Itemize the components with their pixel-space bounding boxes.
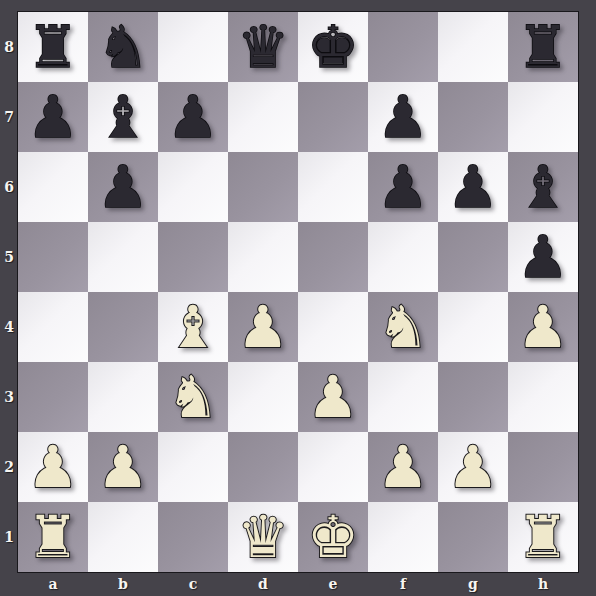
chess-diagram: ♜♞♛♚♜♟♝♟♟♟♟♟♝♟♝♟♞♟♞♟♟♟♟♟♜♛♚♜ 87654321 ab… [0,0,596,596]
square-c6[interactable] [158,152,228,222]
square-a5[interactable] [18,222,88,292]
square-h5[interactable]: ♟ [508,222,578,292]
piece-black-pawn[interactable]: ♟ [377,152,429,222]
square-b5[interactable] [88,222,158,292]
piece-black-pawn[interactable]: ♟ [377,82,429,152]
square-c3[interactable]: ♞ [158,362,228,432]
square-e7[interactable] [298,82,368,152]
file-label-a: a [48,576,57,592]
square-e8[interactable]: ♚ [298,12,368,82]
square-g4[interactable] [438,292,508,362]
square-b2[interactable]: ♟ [88,432,158,502]
square-d6[interactable] [228,152,298,222]
square-a4[interactable] [18,292,88,362]
file-labels: abcdefgh [18,572,578,596]
square-b4[interactable] [88,292,158,362]
square-e2[interactable] [298,432,368,502]
piece-black-king[interactable]: ♚ [307,12,359,82]
file-label-e: e [329,576,338,592]
square-d7[interactable] [228,82,298,152]
square-h7[interactable] [508,82,578,152]
square-g7[interactable] [438,82,508,152]
square-h1[interactable]: ♜ [508,502,578,572]
rank-label-5: 5 [4,249,14,265]
piece-white-pawn[interactable]: ♟ [447,432,499,502]
piece-black-pawn[interactable]: ♟ [517,222,569,292]
piece-black-rook[interactable]: ♜ [517,12,569,82]
square-h6[interactable]: ♝ [508,152,578,222]
piece-white-pawn[interactable]: ♟ [27,432,79,502]
square-f4[interactable]: ♞ [368,292,438,362]
piece-black-bishop[interactable]: ♝ [517,152,569,222]
piece-white-rook[interactable]: ♜ [517,502,569,572]
rank-label-3: 3 [4,389,14,405]
square-d2[interactable] [228,432,298,502]
square-g6[interactable]: ♟ [438,152,508,222]
rank-label-8: 8 [4,39,14,55]
piece-black-knight[interactable]: ♞ [97,12,149,82]
square-f2[interactable]: ♟ [368,432,438,502]
file-label-h: h [538,576,548,592]
square-e3[interactable]: ♟ [298,362,368,432]
file-label-g: g [468,576,478,592]
rank-labels: 87654321 [0,12,18,572]
square-b8[interactable]: ♞ [88,12,158,82]
rank-label-6: 6 [4,179,14,195]
square-h8[interactable]: ♜ [508,12,578,82]
square-f6[interactable]: ♟ [368,152,438,222]
piece-white-knight[interactable]: ♞ [377,292,429,362]
square-g5[interactable] [438,222,508,292]
square-a7[interactable]: ♟ [18,82,88,152]
piece-white-pawn[interactable]: ♟ [307,362,359,432]
square-a3[interactable] [18,362,88,432]
piece-black-pawn[interactable]: ♟ [167,82,219,152]
piece-white-king[interactable]: ♚ [307,502,359,572]
square-c8[interactable] [158,12,228,82]
square-g8[interactable] [438,12,508,82]
square-c1[interactable] [158,502,228,572]
square-c5[interactable] [158,222,228,292]
square-c4[interactable]: ♝ [158,292,228,362]
square-b1[interactable] [88,502,158,572]
rank-label-7: 7 [4,109,14,125]
square-f8[interactable] [368,12,438,82]
square-c7[interactable]: ♟ [158,82,228,152]
square-d4[interactable]: ♟ [228,292,298,362]
square-a1[interactable]: ♜ [18,502,88,572]
piece-black-pawn[interactable]: ♟ [447,152,499,222]
square-d8[interactable]: ♛ [228,12,298,82]
square-e1[interactable]: ♚ [298,502,368,572]
file-label-b: b [118,576,128,592]
piece-black-pawn[interactable]: ♟ [97,152,149,222]
square-a8[interactable]: ♜ [18,12,88,82]
rank-label-2: 2 [4,459,14,475]
piece-black-queen[interactable]: ♛ [237,12,289,82]
square-h2[interactable] [508,432,578,502]
square-b7[interactable]: ♝ [88,82,158,152]
square-c2[interactable] [158,432,228,502]
chess-board: ♜♞♛♚♜♟♝♟♟♟♟♟♝♟♝♟♞♟♞♟♟♟♟♟♜♛♚♜ [18,12,578,572]
square-g1[interactable] [438,502,508,572]
square-e5[interactable] [298,222,368,292]
piece-white-bishop[interactable]: ♝ [167,292,219,362]
square-h4[interactable]: ♟ [508,292,578,362]
square-d3[interactable] [228,362,298,432]
square-a6[interactable] [18,152,88,222]
square-b6[interactable]: ♟ [88,152,158,222]
piece-black-rook[interactable]: ♜ [27,12,79,82]
square-d5[interactable] [228,222,298,292]
square-f5[interactable] [368,222,438,292]
square-a2[interactable]: ♟ [18,432,88,502]
square-h3[interactable] [508,362,578,432]
square-e6[interactable] [298,152,368,222]
square-f3[interactable] [368,362,438,432]
square-b3[interactable] [88,362,158,432]
file-label-d: d [258,576,268,592]
square-f1[interactable] [368,502,438,572]
rank-label-4: 4 [4,319,14,335]
square-f7[interactable]: ♟ [368,82,438,152]
piece-black-bishop[interactable]: ♝ [97,82,149,152]
piece-black-pawn[interactable]: ♟ [27,82,79,152]
piece-white-pawn[interactable]: ♟ [97,432,149,502]
square-g3[interactable] [438,362,508,432]
piece-white-pawn[interactable]: ♟ [517,292,569,362]
square-g2[interactable]: ♟ [438,432,508,502]
piece-white-queen[interactable]: ♛ [237,502,289,572]
file-label-c: c [189,576,198,592]
piece-white-pawn[interactable]: ♟ [377,432,429,502]
rank-label-1: 1 [4,529,14,545]
square-e4[interactable] [298,292,368,362]
piece-white-knight[interactable]: ♞ [167,362,219,432]
file-label-f: f [400,576,406,592]
piece-white-pawn[interactable]: ♟ [237,292,289,362]
square-d1[interactable]: ♛ [228,502,298,572]
piece-white-rook[interactable]: ♜ [27,502,79,572]
